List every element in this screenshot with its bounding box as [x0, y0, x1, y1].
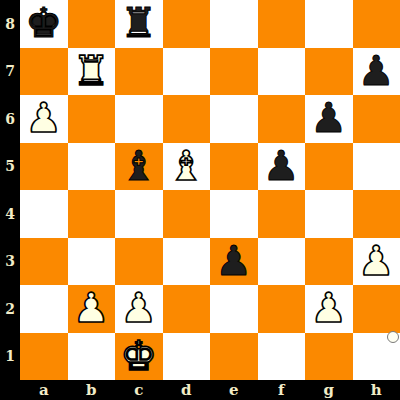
square-a3[interactable] [20, 238, 68, 286]
square-d1[interactable] [163, 333, 211, 381]
rank-label-5: 5 [0, 143, 20, 191]
square-a2[interactable] [20, 285, 68, 333]
square-a5[interactable] [20, 143, 68, 191]
square-c1[interactable]: ♚ [115, 333, 163, 381]
rank-label-2: 2 [0, 285, 20, 333]
square-a8[interactable]: ♚ [20, 0, 68, 48]
square-e8[interactable] [210, 0, 258, 48]
square-f4[interactable] [258, 190, 306, 238]
square-b1[interactable] [68, 333, 116, 381]
file-label-d: d [163, 380, 211, 400]
square-f6[interactable] [258, 95, 306, 143]
black-pawn-h7: ♟ [358, 48, 395, 95]
square-g8[interactable] [305, 0, 353, 48]
white-king-c1: ♚ [120, 333, 157, 380]
file-label-g: g [305, 380, 353, 400]
file-label-a: a [20, 380, 68, 400]
square-e6[interactable] [210, 95, 258, 143]
rank-label-3: 3 [0, 238, 20, 286]
file-label-e: e [210, 380, 258, 400]
square-b2[interactable]: ♟ [68, 285, 116, 333]
square-e2[interactable] [210, 285, 258, 333]
square-d3[interactable] [163, 238, 211, 286]
square-c4[interactable] [115, 190, 163, 238]
black-pawn-e3: ♟ [215, 238, 252, 285]
square-b7[interactable]: ♜ [68, 48, 116, 96]
white-pawn-g2: ♟ [310, 285, 347, 332]
square-f7[interactable] [258, 48, 306, 96]
square-f5[interactable]: ♟ [258, 143, 306, 191]
square-b8[interactable] [68, 0, 116, 48]
square-c2[interactable]: ♟ [115, 285, 163, 333]
square-b4[interactable] [68, 190, 116, 238]
black-pawn-f5: ♟ [263, 143, 300, 190]
square-c5[interactable]: ♝ [115, 143, 163, 191]
square-g6[interactable]: ♟ [305, 95, 353, 143]
square-g4[interactable] [305, 190, 353, 238]
file-labels: abcdefgh [20, 380, 400, 400]
square-g5[interactable] [305, 143, 353, 191]
square-c6[interactable] [115, 95, 163, 143]
white-pawn-b2: ♟ [73, 285, 110, 332]
square-f3[interactable] [258, 238, 306, 286]
black-king-a8: ♚ [25, 0, 62, 47]
square-h3[interactable]: ♟ [353, 238, 400, 286]
square-d2[interactable] [163, 285, 211, 333]
white-pawn-a6: ♟ [25, 95, 62, 142]
square-h7[interactable]: ♟ [353, 48, 400, 96]
white-pawn-h3: ♟ [358, 238, 395, 285]
chess-board: ♚♜♜♟♟♟♝♝♟♟♟♟♟♟♚ [20, 0, 400, 380]
square-d5[interactable]: ♝ [163, 143, 211, 191]
white-rook-b7: ♜ [73, 48, 110, 95]
square-e4[interactable] [210, 190, 258, 238]
square-a6[interactable]: ♟ [20, 95, 68, 143]
file-label-h: h [353, 380, 400, 400]
square-e5[interactable] [210, 143, 258, 191]
square-d4[interactable] [163, 190, 211, 238]
rank-label-1: 1 [0, 333, 20, 381]
square-c8[interactable]: ♜ [115, 0, 163, 48]
white-bishop-d5: ♝ [168, 143, 205, 190]
square-a1[interactable] [20, 333, 68, 381]
square-h2[interactable] [353, 285, 400, 333]
rank-label-8: 8 [0, 0, 20, 48]
rank-label-6: 6 [0, 95, 20, 143]
square-f1[interactable] [258, 333, 306, 381]
black-pawn-g6: ♟ [310, 95, 347, 142]
square-g2[interactable]: ♟ [305, 285, 353, 333]
square-b5[interactable] [68, 143, 116, 191]
square-c3[interactable] [115, 238, 163, 286]
black-bishop-c5: ♝ [120, 143, 157, 190]
square-c7[interactable] [115, 48, 163, 96]
square-d7[interactable] [163, 48, 211, 96]
square-d8[interactable] [163, 0, 211, 48]
file-label-b: b [68, 380, 116, 400]
square-h8[interactable] [353, 0, 400, 48]
square-d6[interactable] [163, 95, 211, 143]
square-g3[interactable] [305, 238, 353, 286]
file-label-c: c [115, 380, 163, 400]
square-a7[interactable] [20, 48, 68, 96]
black-rook-c8: ♜ [120, 0, 157, 47]
square-e1[interactable] [210, 333, 258, 381]
rank-label-7: 7 [0, 48, 20, 96]
chess-board-frame: 87654321 ♚♜♜♟♟♟♝♝♟♟♟♟♟♟♚ abcdefgh [0, 0, 400, 400]
square-h5[interactable] [353, 143, 400, 191]
rank-label-4: 4 [0, 190, 20, 238]
square-f8[interactable] [258, 0, 306, 48]
square-g1[interactable] [305, 333, 353, 381]
square-h6[interactable] [353, 95, 400, 143]
square-g7[interactable] [305, 48, 353, 96]
square-f2[interactable] [258, 285, 306, 333]
square-e3[interactable]: ♟ [210, 238, 258, 286]
square-h4[interactable] [353, 190, 400, 238]
file-label-f: f [258, 380, 306, 400]
rank-labels: 87654321 [0, 0, 20, 380]
square-a4[interactable] [20, 190, 68, 238]
square-b3[interactable] [68, 238, 116, 286]
white-pawn-c2: ♟ [120, 285, 157, 332]
square-b6[interactable] [68, 95, 116, 143]
square-e7[interactable] [210, 48, 258, 96]
side-to-move-indicator [387, 331, 399, 343]
